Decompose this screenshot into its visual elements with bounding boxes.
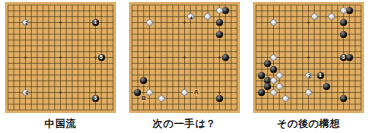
black-stone-N5 bbox=[323, 83, 330, 90]
caption-board-2: 次の一手は？ bbox=[153, 117, 216, 131]
move-number: 1 bbox=[92, 19, 99, 26]
black-stone-Q14 bbox=[216, 31, 223, 38]
white-stone-D16 bbox=[270, 19, 277, 26]
move-number: 3 bbox=[92, 95, 99, 102]
black-stone-Q14 bbox=[340, 31, 347, 38]
caption-board-1: 中国流 bbox=[45, 117, 77, 131]
white-stone-F3 bbox=[158, 95, 165, 102]
black-stone-C9 bbox=[264, 60, 271, 67]
white-stone-E5 bbox=[276, 83, 283, 90]
white-stone-K4 bbox=[305, 89, 312, 96]
caption-board-3: その後の構想 bbox=[277, 117, 341, 131]
hoshi-point bbox=[307, 56, 309, 58]
white-stone-D4 bbox=[270, 89, 277, 96]
black-stone-Q3: 3 bbox=[92, 95, 99, 102]
move-number: 1 bbox=[317, 72, 324, 79]
panel-subsequent-plan: 312 その後の構想 bbox=[251, 2, 366, 131]
black-stone-R10: 5 bbox=[98, 54, 105, 61]
hoshi-point bbox=[59, 56, 61, 58]
black-stone-D8 bbox=[270, 66, 277, 73]
hoshi-point bbox=[148, 56, 150, 58]
black-stone-Q16: 1 bbox=[92, 19, 99, 26]
hoshi-point bbox=[183, 21, 185, 23]
white-stone-D4: 4 bbox=[22, 89, 29, 96]
black-stone-R10 bbox=[222, 54, 229, 61]
white-stone-D10 bbox=[270, 54, 277, 61]
last-move-triangle-mark: ▲ bbox=[188, 14, 195, 21]
black-stone-R10 bbox=[346, 54, 353, 61]
white-stone-F3 bbox=[282, 95, 289, 102]
go-board-2: ▲AB bbox=[129, 2, 240, 113]
option-label-B: B bbox=[140, 95, 147, 102]
move-number: 2 bbox=[306, 73, 313, 80]
white-stone-D16 bbox=[146, 19, 153, 26]
white-stone-E7 bbox=[276, 72, 283, 79]
option-label-A: A bbox=[193, 89, 200, 96]
hoshi-point bbox=[342, 91, 344, 93]
go-board-1: 13524 bbox=[5, 2, 116, 113]
white-stone-K7: 2 bbox=[305, 72, 312, 79]
black-stone-Q16 bbox=[340, 19, 347, 26]
hoshi-point bbox=[218, 56, 220, 58]
black-stone-Q16 bbox=[216, 19, 223, 26]
white-stone-L17 bbox=[311, 13, 318, 20]
panel-chinese-fuseki: 13524 中国流 bbox=[3, 2, 118, 131]
move-number: 4 bbox=[23, 90, 30, 97]
hoshi-point bbox=[307, 21, 309, 23]
hoshi-point bbox=[94, 91, 96, 93]
go-diagram-strip: 13524 中国流 ▲AB 次の一手は？ 312 その後の構想 bbox=[0, 0, 370, 131]
white-stone-K4 bbox=[181, 89, 188, 96]
hoshi-point bbox=[183, 56, 185, 58]
hoshi-point bbox=[59, 21, 61, 23]
white-stone-D16: 2 bbox=[22, 19, 29, 26]
black-stone-Q3 bbox=[216, 95, 223, 102]
hoshi-point bbox=[218, 91, 220, 93]
panel-next-move-question: ▲AB 次の一手は？ bbox=[127, 2, 242, 131]
black-stone-M7: 1 bbox=[317, 72, 324, 79]
hoshi-point bbox=[59, 91, 61, 93]
move-number: 5 bbox=[98, 54, 105, 61]
hoshi-point bbox=[94, 56, 96, 58]
hoshi-point bbox=[24, 56, 26, 58]
move-number: 2 bbox=[23, 20, 30, 27]
white-stone-L17: ▲ bbox=[187, 13, 194, 20]
go-board-3: 312 bbox=[253, 2, 364, 113]
black-stone-Q3 bbox=[340, 95, 347, 102]
